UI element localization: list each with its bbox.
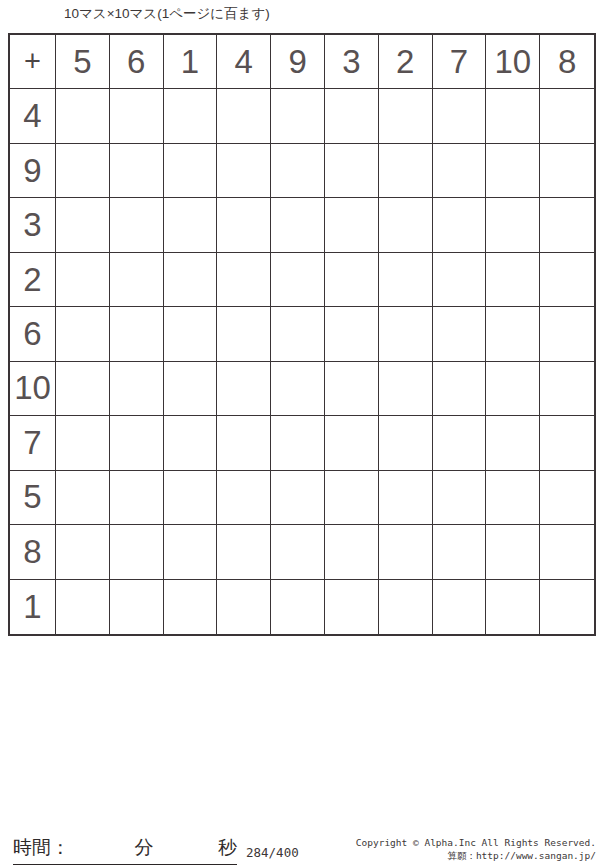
answer-cell-r5c6[interactable] xyxy=(325,307,379,361)
row-header-cell-6: 10 xyxy=(10,362,56,416)
answer-cell-r5c10[interactable] xyxy=(540,307,594,361)
page-number: 284/400 xyxy=(246,845,299,860)
answer-cell-r2c8[interactable] xyxy=(433,144,487,198)
answer-cell-r7c5[interactable] xyxy=(271,416,325,470)
answer-cell-r10c4[interactable] xyxy=(217,580,271,634)
answer-cell-r10c8[interactable] xyxy=(433,580,487,634)
answer-cell-r3c1[interactable] xyxy=(56,198,110,252)
answer-cell-r9c7[interactable] xyxy=(379,525,433,579)
worksheet-grid: +5614932710849326107581 xyxy=(8,33,596,636)
answer-cell-r8c6[interactable] xyxy=(325,471,379,525)
row-header-cell-10: 1 xyxy=(10,580,56,634)
answer-cell-r10c9[interactable] xyxy=(486,580,540,634)
answer-cell-r6c10[interactable] xyxy=(540,362,594,416)
answer-cell-r3c4[interactable] xyxy=(217,198,271,252)
answer-cell-r10c6[interactable] xyxy=(325,580,379,634)
answer-cell-r10c10[interactable] xyxy=(540,580,594,634)
answer-cell-r9c9[interactable] xyxy=(486,525,540,579)
answer-cell-r4c6[interactable] xyxy=(325,253,379,307)
answer-cell-r10c7[interactable] xyxy=(379,580,433,634)
row-header-cell-1: 4 xyxy=(10,89,56,143)
col-header-cell-9: 10 xyxy=(486,35,540,89)
operator-cell: + xyxy=(10,35,56,89)
answer-cell-r2c7[interactable] xyxy=(379,144,433,198)
answer-cell-r6c4[interactable] xyxy=(217,362,271,416)
row-header-cell-5: 6 xyxy=(10,307,56,361)
answer-cell-r8c3[interactable] xyxy=(164,471,218,525)
answer-cell-r1c2[interactable] xyxy=(110,89,164,143)
answer-cell-r8c5[interactable] xyxy=(271,471,325,525)
answer-cell-r4c2[interactable] xyxy=(110,253,164,307)
answer-cell-r5c1[interactable] xyxy=(56,307,110,361)
answer-cell-r10c1[interactable] xyxy=(56,580,110,634)
answer-cell-r1c8[interactable] xyxy=(433,89,487,143)
time-entry-line: 時間： 分 秒 xyxy=(13,835,237,865)
answer-cell-r4c5[interactable] xyxy=(271,253,325,307)
row-header-cell-4: 2 xyxy=(10,253,56,307)
answer-cell-r5c7[interactable] xyxy=(379,307,433,361)
col-header-cell-6: 3 xyxy=(325,35,379,89)
answer-cell-r7c4[interactable] xyxy=(217,416,271,470)
answer-cell-r8c9[interactable] xyxy=(486,471,540,525)
col-header-cell-7: 2 xyxy=(379,35,433,89)
answer-cell-r2c5[interactable] xyxy=(271,144,325,198)
answer-cell-r6c8[interactable] xyxy=(433,362,487,416)
answer-cell-r8c1[interactable] xyxy=(56,471,110,525)
answer-cell-r3c7[interactable] xyxy=(379,198,433,252)
answer-cell-r9c10[interactable] xyxy=(540,525,594,579)
answer-cell-r7c6[interactable] xyxy=(325,416,379,470)
answer-cell-r6c5[interactable] xyxy=(271,362,325,416)
col-header-cell-10: 8 xyxy=(540,35,594,89)
row-header-cell-9: 8 xyxy=(10,525,56,579)
answer-cell-r9c6[interactable] xyxy=(325,525,379,579)
answer-cell-r4c1[interactable] xyxy=(56,253,110,307)
answer-cell-r5c5[interactable] xyxy=(271,307,325,361)
col-header-cell-1: 5 xyxy=(56,35,110,89)
answer-cell-r3c6[interactable] xyxy=(325,198,379,252)
answer-cell-r5c9[interactable] xyxy=(486,307,540,361)
answer-cell-r9c3[interactable] xyxy=(164,525,218,579)
answer-cell-r4c7[interactable] xyxy=(379,253,433,307)
answer-cell-r2c9[interactable] xyxy=(486,144,540,198)
answer-cell-r3c2[interactable] xyxy=(110,198,164,252)
answer-cell-r6c1[interactable] xyxy=(56,362,110,416)
copyright: Copyright © Alpha.Inc All Rights Reserve… xyxy=(356,836,596,862)
answer-cell-r6c6[interactable] xyxy=(325,362,379,416)
answer-cell-r1c6[interactable] xyxy=(325,89,379,143)
answer-cell-r7c8[interactable] xyxy=(433,416,487,470)
answer-cell-r9c5[interactable] xyxy=(271,525,325,579)
answer-cell-r2c6[interactable] xyxy=(325,144,379,198)
answer-cell-r2c1[interactable] xyxy=(56,144,110,198)
row-header-cell-8: 5 xyxy=(10,471,56,525)
minutes-label: 分 xyxy=(135,835,154,861)
answer-cell-r2c3[interactable] xyxy=(164,144,218,198)
time-label: 時間： xyxy=(13,835,70,861)
answer-cell-r5c8[interactable] xyxy=(433,307,487,361)
answer-cell-r5c4[interactable] xyxy=(217,307,271,361)
col-header-cell-2: 6 xyxy=(110,35,164,89)
col-header-cell-5: 9 xyxy=(271,35,325,89)
answer-cell-r2c10[interactable] xyxy=(540,144,594,198)
answer-cell-r1c4[interactable] xyxy=(217,89,271,143)
col-header-cell-3: 1 xyxy=(164,35,218,89)
answer-cell-r8c8[interactable] xyxy=(433,471,487,525)
row-header-cell-3: 3 xyxy=(10,198,56,252)
answer-cell-r6c2[interactable] xyxy=(110,362,164,416)
copyright-line2: 算願：http://www.sangan.jp/ xyxy=(356,849,596,862)
answer-cell-r8c7[interactable] xyxy=(379,471,433,525)
answer-cell-r3c9[interactable] xyxy=(486,198,540,252)
answer-cell-r9c1[interactable] xyxy=(56,525,110,579)
answer-cell-r5c3[interactable] xyxy=(164,307,218,361)
answer-cell-r3c3[interactable] xyxy=(164,198,218,252)
answer-cell-r1c9[interactable] xyxy=(486,89,540,143)
answer-cell-r10c2[interactable] xyxy=(110,580,164,634)
answer-cell-r1c5[interactable] xyxy=(271,89,325,143)
answer-cell-r7c10[interactable] xyxy=(540,416,594,470)
row-header-cell-7: 7 xyxy=(10,416,56,470)
answer-cell-r8c2[interactable] xyxy=(110,471,164,525)
answer-cell-r10c5[interactable] xyxy=(271,580,325,634)
row-header-cell-2: 9 xyxy=(10,144,56,198)
answer-cell-r4c8[interactable] xyxy=(433,253,487,307)
answer-cell-r3c8[interactable] xyxy=(433,198,487,252)
answer-cell-r8c10[interactable] xyxy=(540,471,594,525)
answer-cell-r9c2[interactable] xyxy=(110,525,164,579)
answer-cell-r3c10[interactable] xyxy=(540,198,594,252)
answer-cell-r7c7[interactable] xyxy=(379,416,433,470)
answer-cell-r8c4[interactable] xyxy=(217,471,271,525)
page-title: 10マス×10マス(1ページに百ます) xyxy=(64,5,270,23)
answer-cell-r6c3[interactable] xyxy=(164,362,218,416)
answer-cell-r6c7[interactable] xyxy=(379,362,433,416)
answer-cell-r4c3[interactable] xyxy=(164,253,218,307)
col-header-cell-8: 7 xyxy=(433,35,487,89)
col-header-cell-4: 4 xyxy=(217,35,271,89)
answer-cell-r1c1[interactable] xyxy=(56,89,110,143)
answer-cell-r7c3[interactable] xyxy=(164,416,218,470)
answer-cell-r9c4[interactable] xyxy=(217,525,271,579)
answer-cell-r7c2[interactable] xyxy=(110,416,164,470)
answer-cell-r7c9[interactable] xyxy=(486,416,540,470)
seconds-label: 秒 xyxy=(218,835,237,861)
answer-cell-r7c1[interactable] xyxy=(56,416,110,470)
answer-cell-r2c4[interactable] xyxy=(217,144,271,198)
answer-cell-r6c9[interactable] xyxy=(486,362,540,416)
copyright-line1: Copyright © Alpha.Inc All Rights Reserve… xyxy=(356,836,596,849)
answer-cell-r1c10[interactable] xyxy=(540,89,594,143)
answer-cell-r1c7[interactable] xyxy=(379,89,433,143)
answer-cell-r3c5[interactable] xyxy=(271,198,325,252)
answer-cell-r4c10[interactable] xyxy=(540,253,594,307)
answer-cell-r2c2[interactable] xyxy=(110,144,164,198)
answer-cell-r9c8[interactable] xyxy=(433,525,487,579)
answer-cell-r5c2[interactable] xyxy=(110,307,164,361)
answer-cell-r4c4[interactable] xyxy=(217,253,271,307)
answer-cell-r4c9[interactable] xyxy=(486,253,540,307)
answer-cell-r1c3[interactable] xyxy=(164,89,218,143)
answer-cell-r10c3[interactable] xyxy=(164,580,218,634)
